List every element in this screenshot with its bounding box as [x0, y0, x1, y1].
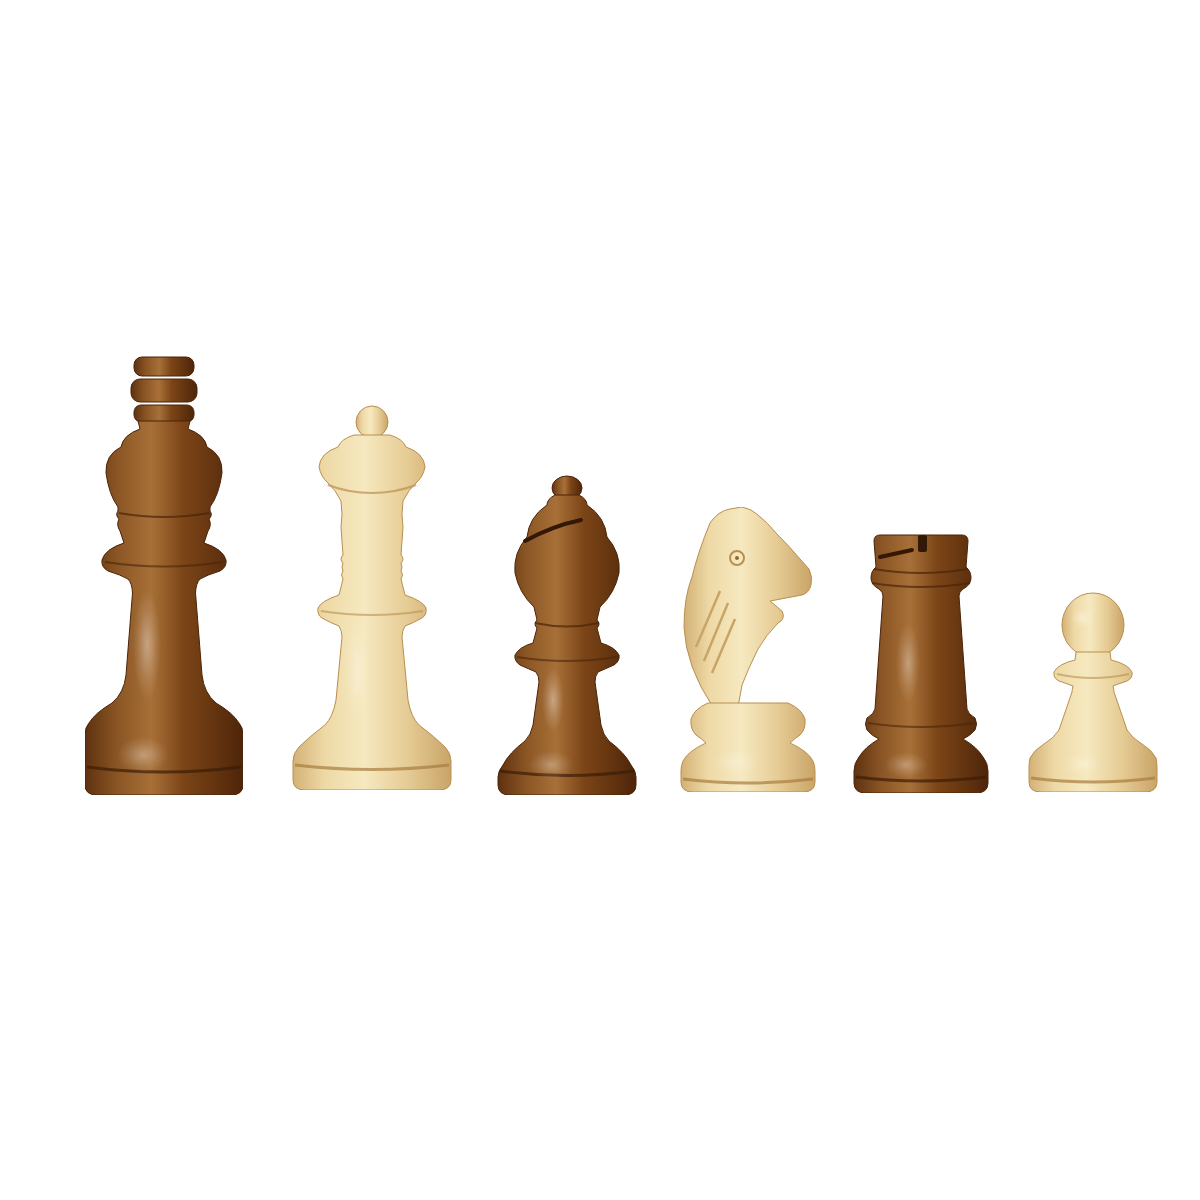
chess-piece-bishop — [497, 475, 637, 795]
queen-body — [293, 435, 451, 790]
rook-notch — [918, 535, 927, 552]
product-photo-stage — [0, 0, 1200, 1200]
chess-piece-knight — [678, 507, 818, 792]
queen-silhouette — [291, 405, 453, 790]
knight-head — [684, 507, 812, 707]
knight-base — [681, 703, 815, 792]
chess-piece-king — [85, 355, 243, 795]
pawn-silhouette — [1028, 592, 1158, 792]
chess-piece-rook — [852, 533, 990, 793]
rook-silhouette — [852, 533, 990, 793]
king-body — [85, 421, 243, 795]
knight-silhouette — [678, 507, 818, 792]
bishop-body — [498, 495, 636, 795]
chess-piece-pawn — [1028, 592, 1158, 792]
chess-piece-queen — [291, 405, 453, 790]
bishop-silhouette — [497, 475, 637, 795]
king-silhouette — [85, 355, 243, 795]
pawn-head — [1062, 593, 1124, 657]
